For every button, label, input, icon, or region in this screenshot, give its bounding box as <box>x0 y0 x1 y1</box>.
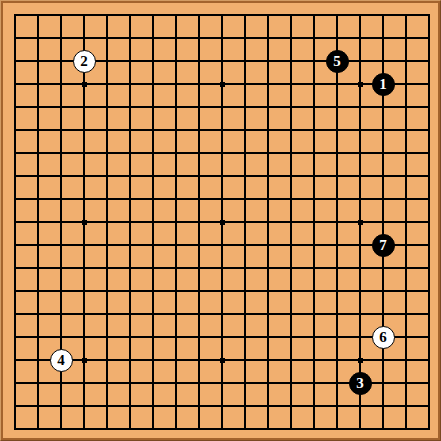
grid-line-vertical <box>313 14 315 430</box>
grid-line-vertical <box>290 14 292 430</box>
star-point <box>82 82 87 87</box>
stone-white-6[interactable]: 6 <box>372 326 395 349</box>
grid-line-horizontal <box>14 428 430 430</box>
grid-line-vertical <box>267 14 269 430</box>
grid-line-horizontal <box>14 290 430 292</box>
star-point <box>220 82 225 87</box>
stone-white-4[interactable]: 4 <box>50 349 73 372</box>
star-point <box>358 82 363 87</box>
grid-line-vertical <box>428 14 430 430</box>
star-point <box>82 358 87 363</box>
stone-white-2[interactable]: 2 <box>73 50 96 73</box>
star-point <box>220 358 225 363</box>
grid-line-horizontal <box>14 336 430 338</box>
stone-black-5[interactable]: 5 <box>326 50 349 73</box>
grid-line-vertical <box>336 14 338 430</box>
star-point <box>358 358 363 363</box>
stone-black-3[interactable]: 3 <box>349 372 372 395</box>
stone-black-7[interactable]: 7 <box>372 234 395 257</box>
stone-black-1[interactable]: 1 <box>372 73 395 96</box>
grid-line-horizontal <box>14 267 430 269</box>
star-point <box>220 220 225 225</box>
go-board: 1234567 <box>0 0 441 441</box>
star-point <box>82 220 87 225</box>
grid-line-vertical <box>244 14 246 430</box>
grid-line-horizontal <box>14 244 430 246</box>
star-point <box>358 220 363 225</box>
grid-line-horizontal <box>14 313 430 315</box>
grid-line-horizontal <box>14 405 430 407</box>
grid-line-vertical <box>405 14 407 430</box>
